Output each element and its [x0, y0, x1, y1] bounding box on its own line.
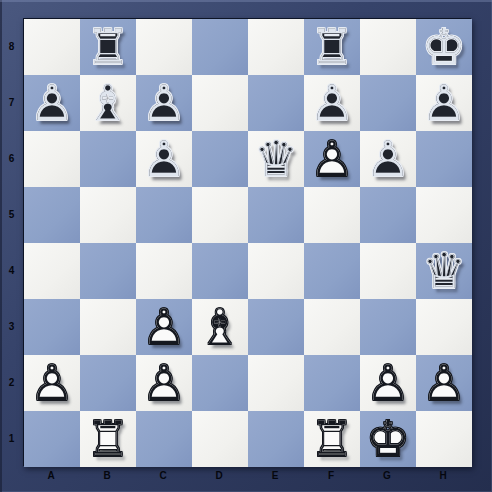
black-pawn-outline: ♙: [24, 75, 80, 132]
file-label-e: E: [247, 466, 303, 492]
file-label-g: G: [359, 466, 415, 492]
white-rook-glyph: ♜: [304, 411, 360, 468]
white-rook-outline: ♖: [304, 411, 360, 468]
square-b4[interactable]: [80, 243, 136, 299]
piece-white-pawn[interactable]: ♟♙: [416, 355, 472, 411]
rank-label-4: 4: [0, 242, 23, 298]
piece-black-rook[interactable]: ♜♖: [304, 19, 360, 75]
square-f8[interactable]: ♜♖: [304, 19, 360, 75]
piece-white-pawn[interactable]: ♟♙: [304, 131, 360, 187]
square-g6[interactable]: ♟♙: [360, 131, 416, 187]
square-h7[interactable]: ♟♙: [416, 75, 472, 131]
square-a5[interactable]: [24, 187, 80, 243]
square-g8[interactable]: [360, 19, 416, 75]
square-d6[interactable]: [192, 131, 248, 187]
piece-white-pawn[interactable]: ♟♙: [24, 355, 80, 411]
square-a7[interactable]: ♟♙: [24, 75, 80, 131]
chess-board-frame: 87654321 ♜♖♜♖♚♔♟♙♝♗♟♙♟♙♟♙♟♙♛♕♟♙♟♙♛♕♟♙♝♗♟…: [0, 0, 492, 492]
square-f2[interactable]: [304, 355, 360, 411]
square-a6[interactable]: [24, 131, 80, 187]
white-pawn-outline: ♙: [304, 131, 360, 188]
rank-label-6: 6: [0, 130, 23, 186]
square-c4[interactable]: [136, 243, 192, 299]
square-f6[interactable]: ♟♙: [304, 131, 360, 187]
black-rook-outline: ♖: [304, 19, 360, 76]
white-pawn-glyph: ♟: [136, 355, 192, 412]
piece-black-pawn[interactable]: ♟♙: [136, 131, 192, 187]
square-c7[interactable]: ♟♙: [136, 75, 192, 131]
white-king-outline: ♔: [360, 411, 416, 468]
square-b7[interactable]: ♝♗: [80, 75, 136, 131]
black-pawn-glyph: ♟: [136, 131, 192, 188]
rank-label-8: 8: [0, 18, 23, 74]
square-c3[interactable]: ♟♙: [136, 299, 192, 355]
rank-label-2: 2: [0, 354, 23, 410]
square-e4[interactable]: [248, 243, 304, 299]
black-pawn-glyph: ♟: [304, 75, 360, 132]
black-pawn-glyph: ♟: [360, 131, 416, 188]
white-pawn-glyph: ♟: [416, 355, 472, 412]
square-b1[interactable]: ♜♖: [80, 411, 136, 467]
white-pawn-outline: ♙: [24, 355, 80, 412]
square-h3[interactable]: [416, 299, 472, 355]
square-g5[interactable]: [360, 187, 416, 243]
piece-white-bishop[interactable]: ♝♗: [192, 299, 248, 355]
square-b8[interactable]: ♜♖: [80, 19, 136, 75]
file-labels: ABCDEFGH: [23, 466, 471, 492]
square-d1[interactable]: [192, 411, 248, 467]
chess-board: ♜♖♜♖♚♔♟♙♝♗♟♙♟♙♟♙♟♙♛♕♟♙♟♙♛♕♟♙♝♗♟♙♟♙♟♙♟♙♜♖…: [23, 18, 471, 466]
square-h6[interactable]: [416, 131, 472, 187]
square-h8[interactable]: ♚♔: [416, 19, 472, 75]
square-h2[interactable]: ♟♙: [416, 355, 472, 411]
square-a3[interactable]: [24, 299, 80, 355]
black-pawn-outline: ♙: [136, 75, 192, 132]
black-pawn-outline: ♙: [416, 75, 472, 132]
piece-white-rook[interactable]: ♜♖: [80, 411, 136, 467]
square-g4[interactable]: [360, 243, 416, 299]
piece-white-pawn[interactable]: ♟♙: [360, 355, 416, 411]
white-pawn-outline: ♙: [136, 355, 192, 412]
black-queen-outline: ♕: [416, 243, 472, 300]
white-rook-outline: ♖: [80, 411, 136, 468]
square-e1[interactable]: [248, 411, 304, 467]
square-a2[interactable]: ♟♙: [24, 355, 80, 411]
white-pawn-glyph: ♟: [24, 355, 80, 412]
black-pawn-glyph: ♟: [416, 75, 472, 132]
black-pawn-glyph: ♟: [136, 75, 192, 132]
piece-black-queen[interactable]: ♛♕: [248, 131, 304, 187]
square-b5[interactable]: [80, 187, 136, 243]
square-g7[interactable]: [360, 75, 416, 131]
square-c2[interactable]: ♟♙: [136, 355, 192, 411]
square-b6[interactable]: [80, 131, 136, 187]
piece-black-pawn[interactable]: ♟♙: [360, 131, 416, 187]
black-pawn-outline: ♙: [136, 131, 192, 188]
square-a8[interactable]: [24, 19, 80, 75]
rank-labels: 87654321: [0, 18, 23, 466]
square-d2[interactable]: [192, 355, 248, 411]
black-queen-outline: ♕: [248, 131, 304, 188]
square-g1[interactable]: ♚♔: [360, 411, 416, 467]
piece-white-king[interactable]: ♚♔: [360, 411, 416, 467]
piece-black-king[interactable]: ♚♔: [416, 19, 472, 75]
white-bishop-glyph: ♝: [192, 299, 248, 356]
black-bishop-outline: ♗: [80, 75, 136, 132]
square-f1[interactable]: ♜♖: [304, 411, 360, 467]
rank-label-7: 7: [0, 74, 23, 130]
square-e8[interactable]: [248, 19, 304, 75]
square-h4[interactable]: ♛♕: [416, 243, 472, 299]
black-pawn-glyph: ♟: [24, 75, 80, 132]
rank-label-5: 5: [0, 186, 23, 242]
file-label-b: B: [79, 466, 135, 492]
square-c1[interactable]: [136, 411, 192, 467]
white-pawn-glyph: ♟: [304, 131, 360, 188]
piece-white-pawn[interactable]: ♟♙: [136, 355, 192, 411]
piece-black-pawn[interactable]: ♟♙: [24, 75, 80, 131]
square-d5[interactable]: [192, 187, 248, 243]
square-e7[interactable]: [248, 75, 304, 131]
square-e6[interactable]: ♛♕: [248, 131, 304, 187]
black-pawn-outline: ♙: [360, 131, 416, 188]
piece-white-rook[interactable]: ♜♖: [304, 411, 360, 467]
square-b2[interactable]: [80, 355, 136, 411]
square-a4[interactable]: [24, 243, 80, 299]
black-rook-glyph: ♜: [80, 19, 136, 76]
file-label-d: D: [191, 466, 247, 492]
square-d3[interactable]: ♝♗: [192, 299, 248, 355]
square-b3[interactable]: [80, 299, 136, 355]
file-label-h: H: [415, 466, 471, 492]
piece-black-pawn[interactable]: ♟♙: [136, 75, 192, 131]
black-pawn-outline: ♙: [304, 75, 360, 132]
square-e2[interactable]: [248, 355, 304, 411]
square-g3[interactable]: [360, 299, 416, 355]
file-label-f: F: [303, 466, 359, 492]
black-rook-glyph: ♜: [304, 19, 360, 76]
square-c5[interactable]: [136, 187, 192, 243]
square-f5[interactable]: [304, 187, 360, 243]
file-label-c: C: [135, 466, 191, 492]
square-g2[interactable]: ♟♙: [360, 355, 416, 411]
black-king-glyph: ♚: [416, 19, 472, 76]
square-h5[interactable]: [416, 187, 472, 243]
white-king-glyph: ♚: [360, 411, 416, 468]
piece-black-queen[interactable]: ♛♕: [416, 243, 472, 299]
white-pawn-outline: ♙: [416, 355, 472, 412]
piece-black-pawn[interactable]: ♟♙: [304, 75, 360, 131]
white-bishop-outline: ♗: [192, 299, 248, 356]
square-e5[interactable]: [248, 187, 304, 243]
square-f3[interactable]: [304, 299, 360, 355]
white-pawn-outline: ♙: [136, 299, 192, 356]
black-rook-outline: ♖: [80, 19, 136, 76]
white-rook-glyph: ♜: [80, 411, 136, 468]
black-bishop-glyph: ♝: [80, 75, 136, 132]
black-queen-glyph: ♛: [416, 243, 472, 300]
file-label-a: A: [23, 466, 79, 492]
square-f7[interactable]: ♟♙: [304, 75, 360, 131]
black-queen-glyph: ♛: [248, 131, 304, 188]
square-c8[interactable]: [136, 19, 192, 75]
white-pawn-outline: ♙: [360, 355, 416, 412]
square-d8[interactable]: [192, 19, 248, 75]
piece-black-pawn[interactable]: ♟♙: [416, 75, 472, 131]
white-pawn-glyph: ♟: [360, 355, 416, 412]
square-e3[interactable]: [248, 299, 304, 355]
piece-black-bishop[interactable]: ♝♗: [80, 75, 136, 131]
piece-black-rook[interactable]: ♜♖: [80, 19, 136, 75]
square-d7[interactable]: [192, 75, 248, 131]
rank-label-3: 3: [0, 298, 23, 354]
square-a1[interactable]: [24, 411, 80, 467]
rank-label-1: 1: [0, 410, 23, 466]
piece-white-pawn[interactable]: ♟♙: [136, 299, 192, 355]
black-king-outline: ♔: [416, 19, 472, 76]
square-h1[interactable]: [416, 411, 472, 467]
square-c6[interactable]: ♟♙: [136, 131, 192, 187]
white-pawn-glyph: ♟: [136, 299, 192, 356]
square-d4[interactable]: [192, 243, 248, 299]
square-f4[interactable]: [304, 243, 360, 299]
